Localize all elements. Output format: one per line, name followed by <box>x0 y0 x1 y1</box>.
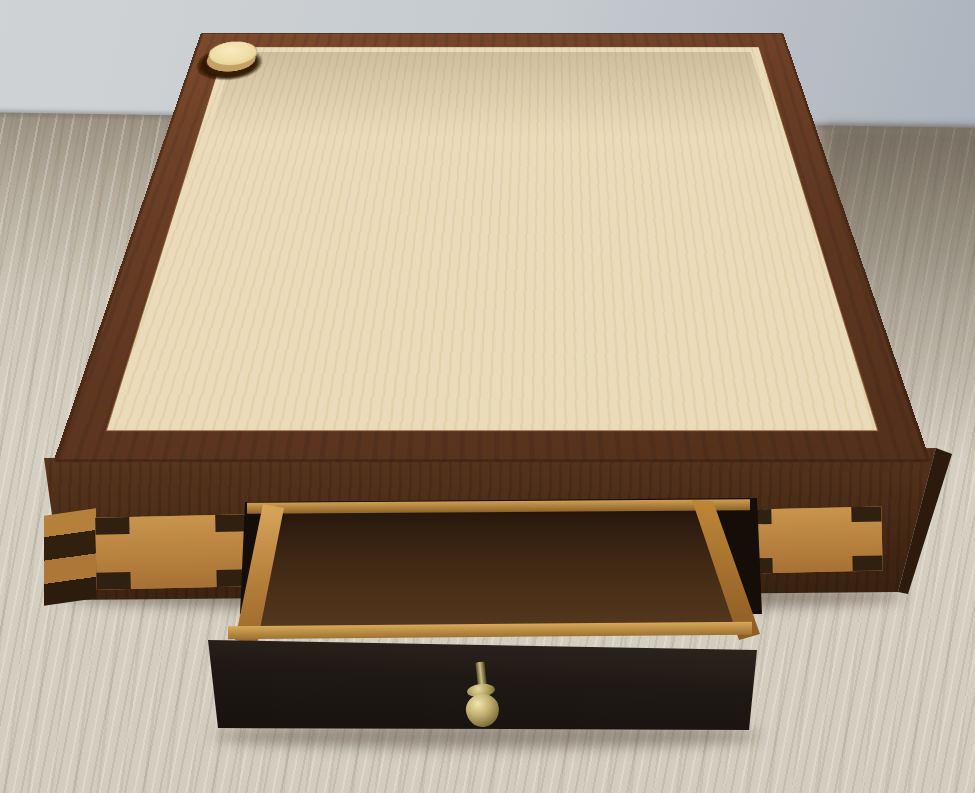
box-corner-joint-left <box>44 508 96 605</box>
board-grid: ⛂⛂⛂⛂⛂⛂⛂⛂⛂⛂⛂⛂⛀⛀⛀⛀⛀⛀⛀⛀⛀⛀⛀⛀ <box>123 52 861 421</box>
box-inlay-right <box>741 506 882 573</box>
photo-scene: ⛂⛂⛂⛂⛂⛂⛂⛂⛂⛂⛂⛂⛀⛀⛀⛀⛀⛀⛀⛀⛀⛀⛀⛀ <box>0 0 975 793</box>
light-piece[interactable]: ⛀ <box>205 42 260 66</box>
checkers-board: ⛂⛂⛂⛂⛂⛂⛂⛂⛂⛂⛂⛂⛀⛀⛀⛀⛀⛀⛀⛀⛀⛀⛀⛀ <box>53 33 930 462</box>
drawer-interior <box>238 506 754 638</box>
box-inlay-left <box>95 514 251 589</box>
